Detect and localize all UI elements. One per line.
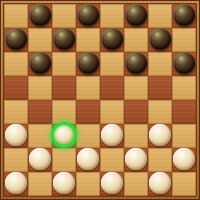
dark-piece[interactable] [29,4,51,26]
dark-piece[interactable] [5,28,27,50]
light-piece[interactable] [77,148,99,170]
dark-piece[interactable] [101,28,123,50]
square-r5c1[interactable] [28,124,52,148]
checkers-board [4,4,196,196]
square-r0c7[interactable] [172,4,196,28]
square-r2c4[interactable] [100,52,124,76]
square-r0c3[interactable] [76,4,100,28]
square-r7c7[interactable] [172,172,196,196]
light-piece[interactable] [53,172,75,194]
dark-piece[interactable] [77,52,99,74]
square-r2c1[interactable] [28,52,52,76]
square-r3c1[interactable] [28,76,52,100]
square-r1c0[interactable] [4,28,28,52]
square-r1c6[interactable] [148,28,172,52]
square-r1c5[interactable] [124,28,148,52]
square-r4c6[interactable] [148,100,172,124]
square-r7c3[interactable] [76,172,100,196]
square-r7c0[interactable] [4,172,28,196]
square-r7c5[interactable] [124,172,148,196]
square-r1c4[interactable] [100,28,124,52]
square-r6c0[interactable] [4,148,28,172]
square-r5c3[interactable] [76,124,100,148]
square-r1c3[interactable] [76,28,100,52]
square-r2c6[interactable] [148,52,172,76]
square-r5c2[interactable] [52,124,76,148]
square-r6c1[interactable] [28,148,52,172]
square-r0c5[interactable] [124,4,148,28]
square-r6c7[interactable] [172,148,196,172]
square-r0c0[interactable] [4,4,28,28]
square-r2c3[interactable] [76,52,100,76]
square-r7c4[interactable] [100,172,124,196]
dark-piece[interactable] [53,28,75,50]
square-r4c0[interactable] [4,100,28,124]
square-r4c1[interactable] [28,100,52,124]
square-r5c6[interactable] [148,124,172,148]
square-r6c6[interactable] [148,148,172,172]
light-piece[interactable] [5,172,27,194]
square-r3c4[interactable] [100,76,124,100]
square-r2c7[interactable] [172,52,196,76]
square-r6c4[interactable] [100,148,124,172]
square-r4c3[interactable] [76,100,100,124]
square-r1c1[interactable] [28,28,52,52]
selection-ring [51,122,77,148]
square-r3c0[interactable] [4,76,28,100]
square-r3c2[interactable] [52,76,76,100]
square-r2c2[interactable] [52,52,76,76]
square-r6c3[interactable] [76,148,100,172]
square-r5c5[interactable] [124,124,148,148]
dark-piece[interactable] [125,52,147,74]
square-r5c4[interactable] [100,124,124,148]
board-frame [0,0,200,200]
square-r2c5[interactable] [124,52,148,76]
square-r5c0[interactable] [4,124,28,148]
light-piece[interactable] [173,148,195,170]
square-r4c4[interactable] [100,100,124,124]
square-r7c6[interactable] [148,172,172,196]
square-r0c1[interactable] [28,4,52,28]
square-r7c1[interactable] [28,172,52,196]
dark-piece[interactable] [173,52,195,74]
square-r6c2[interactable] [52,148,76,172]
light-piece[interactable] [29,148,51,170]
square-r2c0[interactable] [4,52,28,76]
light-piece[interactable] [101,124,123,146]
light-piece[interactable] [125,148,147,170]
square-r4c2[interactable] [52,100,76,124]
square-r3c7[interactable] [172,76,196,100]
light-piece[interactable] [149,124,171,146]
square-r5c7[interactable] [172,124,196,148]
square-r1c7[interactable] [172,28,196,52]
dark-piece[interactable] [125,4,147,26]
light-piece[interactable] [149,172,171,194]
square-r3c6[interactable] [148,76,172,100]
dark-piece[interactable] [173,4,195,26]
dark-piece[interactable] [77,4,99,26]
dark-piece[interactable] [29,52,51,74]
dark-piece[interactable] [149,28,171,50]
light-piece[interactable] [101,172,123,194]
square-r0c2[interactable] [52,4,76,28]
square-r1c2[interactable] [52,28,76,52]
square-r3c5[interactable] [124,76,148,100]
square-r4c5[interactable] [124,100,148,124]
square-r3c3[interactable] [76,76,100,100]
square-r7c2[interactable] [52,172,76,196]
square-r0c6[interactable] [148,4,172,28]
light-piece[interactable] [5,124,27,146]
square-r0c4[interactable] [100,4,124,28]
square-r6c5[interactable] [124,148,148,172]
square-r4c7[interactable] [172,100,196,124]
